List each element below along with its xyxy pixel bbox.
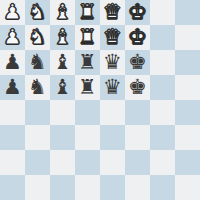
square-e2[interactable]: [100, 150, 125, 175]
square-e1[interactable]: [100, 175, 125, 200]
square-e5[interactable]: ♛: [100, 75, 125, 100]
piece-white-rook[interactable]: ♜: [78, 25, 97, 50]
square-g4[interactable]: [150, 100, 175, 125]
piece-black-bishop[interactable]: ♝: [53, 50, 72, 75]
piece-white-king[interactable]: ♚: [128, 0, 147, 25]
piece-white-queen[interactable]: ♛: [103, 25, 122, 50]
square-f8[interactable]: ♚: [125, 0, 150, 25]
piece-black-pawn[interactable]: ♟: [3, 75, 22, 100]
square-a4[interactable]: [0, 100, 25, 125]
square-c5[interactable]: ♝: [50, 75, 75, 100]
square-h2[interactable]: [175, 150, 200, 175]
square-f1[interactable]: [125, 175, 150, 200]
square-d7[interactable]: ♜: [75, 25, 100, 50]
square-f5[interactable]: ♚: [125, 75, 150, 100]
chess-board: ♟♞♝♜♛♚♟♞♝♜♛♚♟♞♝♜♛♚♟♞♝♜♛♚: [0, 0, 200, 200]
square-d2[interactable]: [75, 150, 100, 175]
square-h3[interactable]: [175, 125, 200, 150]
square-b5[interactable]: ♞: [25, 75, 50, 100]
piece-black-king[interactable]: ♚: [128, 75, 147, 100]
square-h5[interactable]: [175, 75, 200, 100]
piece-black-rook[interactable]: ♜: [78, 75, 97, 100]
square-b6[interactable]: ♞: [25, 50, 50, 75]
square-c8[interactable]: ♝: [50, 0, 75, 25]
piece-black-knight[interactable]: ♞: [28, 50, 47, 75]
piece-white-rook[interactable]: ♜: [78, 0, 97, 25]
square-e3[interactable]: [100, 125, 125, 150]
square-c3[interactable]: [50, 125, 75, 150]
square-a5[interactable]: ♟: [0, 75, 25, 100]
square-a3[interactable]: [0, 125, 25, 150]
piece-black-king[interactable]: ♚: [128, 50, 147, 75]
square-f7[interactable]: ♚: [125, 25, 150, 50]
square-h1[interactable]: [175, 175, 200, 200]
square-g6[interactable]: [150, 50, 175, 75]
square-a8[interactable]: ♟: [0, 0, 25, 25]
square-d6[interactable]: ♜: [75, 50, 100, 75]
square-b7[interactable]: ♞: [25, 25, 50, 50]
square-c7[interactable]: ♝: [50, 25, 75, 50]
square-g5[interactable]: [150, 75, 175, 100]
piece-black-queen[interactable]: ♛: [103, 75, 122, 100]
square-h7[interactable]: [175, 25, 200, 50]
square-b4[interactable]: [25, 100, 50, 125]
square-a6[interactable]: ♟: [0, 50, 25, 75]
square-f3[interactable]: [125, 125, 150, 150]
piece-black-bishop[interactable]: ♝: [53, 75, 72, 100]
square-g3[interactable]: [150, 125, 175, 150]
square-g8[interactable]: [150, 0, 175, 25]
square-b2[interactable]: [25, 150, 50, 175]
square-b8[interactable]: ♞: [25, 0, 50, 25]
piece-white-knight[interactable]: ♞: [28, 0, 47, 25]
square-g7[interactable]: [150, 25, 175, 50]
square-b3[interactable]: [25, 125, 50, 150]
piece-white-bishop[interactable]: ♝: [53, 0, 72, 25]
square-e8[interactable]: ♛: [100, 0, 125, 25]
square-h8[interactable]: [175, 0, 200, 25]
square-h4[interactable]: [175, 100, 200, 125]
square-g1[interactable]: [150, 175, 175, 200]
piece-black-pawn[interactable]: ♟: [3, 50, 22, 75]
piece-white-knight[interactable]: ♞: [28, 25, 47, 50]
square-b1[interactable]: [25, 175, 50, 200]
piece-white-bishop[interactable]: ♝: [53, 25, 72, 50]
square-g2[interactable]: [150, 150, 175, 175]
square-f6[interactable]: ♚: [125, 50, 150, 75]
piece-white-queen[interactable]: ♛: [103, 0, 122, 25]
square-a1[interactable]: [0, 175, 25, 200]
square-d1[interactable]: [75, 175, 100, 200]
piece-white-pawn[interactable]: ♟: [3, 25, 22, 50]
square-c6[interactable]: ♝: [50, 50, 75, 75]
square-a7[interactable]: ♟: [0, 25, 25, 50]
piece-black-queen[interactable]: ♛: [103, 50, 122, 75]
square-d4[interactable]: [75, 100, 100, 125]
piece-white-king[interactable]: ♚: [128, 25, 147, 50]
square-d3[interactable]: [75, 125, 100, 150]
square-c1[interactable]: [50, 175, 75, 200]
square-e4[interactable]: [100, 100, 125, 125]
square-h6[interactable]: [175, 50, 200, 75]
square-a2[interactable]: [0, 150, 25, 175]
square-d8[interactable]: ♜: [75, 0, 100, 25]
square-d5[interactable]: ♜: [75, 75, 100, 100]
square-f2[interactable]: [125, 150, 150, 175]
piece-black-rook[interactable]: ♜: [78, 50, 97, 75]
square-c4[interactable]: [50, 100, 75, 125]
square-c2[interactable]: [50, 150, 75, 175]
square-f4[interactable]: [125, 100, 150, 125]
square-e6[interactable]: ♛: [100, 50, 125, 75]
piece-white-pawn[interactable]: ♟: [3, 0, 22, 25]
piece-black-knight[interactable]: ♞: [28, 75, 47, 100]
square-e7[interactable]: ♛: [100, 25, 125, 50]
